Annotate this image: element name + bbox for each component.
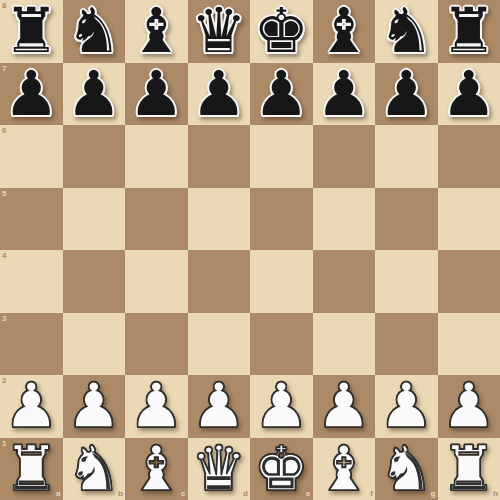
square-c4[interactable] [125,250,188,313]
square-g2[interactable]: ♟ [375,375,438,438]
piece-white-pawn-b2[interactable]: ♟ [66,375,122,437]
square-a2[interactable]: 2♟ [0,375,63,438]
square-h1[interactable]: h♜ [438,438,500,500]
piece-white-knight-g1[interactable]: ♞ [378,438,434,500]
square-h3[interactable] [438,313,500,376]
square-g3[interactable] [375,313,438,376]
piece-black-pawn-f7[interactable]: ♟ [316,63,372,125]
square-d8[interactable]: ♛ [188,0,251,63]
square-g8[interactable]: ♞ [375,0,438,63]
square-d4[interactable] [188,250,251,313]
piece-black-rook-a8[interactable]: ♜ [3,0,59,62]
square-d7[interactable]: ♟ [188,63,251,126]
square-c2[interactable]: ♟ [125,375,188,438]
square-f4[interactable] [313,250,376,313]
piece-white-pawn-h2[interactable]: ♟ [441,375,497,437]
piece-black-pawn-g7[interactable]: ♟ [378,63,434,125]
square-h5[interactable] [438,188,500,251]
piece-white-pawn-e2[interactable]: ♟ [253,375,309,437]
square-e8[interactable]: ♚ [250,0,313,63]
piece-white-pawn-c2[interactable]: ♟ [128,375,184,437]
square-g5[interactable] [375,188,438,251]
square-b3[interactable] [63,313,126,376]
square-d6[interactable] [188,125,251,188]
piece-black-pawn-e7[interactable]: ♟ [253,63,309,125]
square-b2[interactable]: ♟ [63,375,126,438]
square-f3[interactable] [313,313,376,376]
piece-black-pawn-c7[interactable]: ♟ [128,63,184,125]
piece-white-pawn-g2[interactable]: ♟ [378,375,434,437]
piece-white-pawn-d2[interactable]: ♟ [191,375,247,437]
piece-black-king-e8[interactable]: ♚ [253,0,309,62]
piece-white-rook-h1[interactable]: ♜ [441,438,497,500]
square-d2[interactable]: ♟ [188,375,251,438]
square-g4[interactable] [375,250,438,313]
square-e5[interactable] [250,188,313,251]
piece-black-queen-d8[interactable]: ♛ [191,0,247,62]
square-c6[interactable] [125,125,188,188]
square-h7[interactable]: ♟ [438,63,500,126]
square-a8[interactable]: 8♜ [0,0,63,63]
square-b8[interactable]: ♞ [63,0,126,63]
square-f7[interactable]: ♟ [313,63,376,126]
square-e6[interactable] [250,125,313,188]
square-a7[interactable]: 7♟ [0,63,63,126]
square-b7[interactable]: ♟ [63,63,126,126]
piece-white-king-e1[interactable]: ♚ [253,438,309,500]
square-h6[interactable] [438,125,500,188]
chess-board: 8♜♞♝♛♚♝♞♜7♟♟♟♟♟♟♟♟65432♟♟♟♟♟♟♟♟1a♜b♞c♝d♛… [0,0,500,500]
piece-black-rook-h8[interactable]: ♜ [441,0,497,62]
piece-white-rook-a1[interactable]: ♜ [3,438,59,500]
square-b4[interactable] [63,250,126,313]
rank-label-4: 4 [2,252,6,260]
square-a5[interactable]: 5 [0,188,63,251]
square-c5[interactable] [125,188,188,251]
rank-label-5: 5 [2,190,6,198]
square-b1[interactable]: b♞ [63,438,126,500]
square-a6[interactable]: 6 [0,125,63,188]
square-b6[interactable] [63,125,126,188]
square-g7[interactable]: ♟ [375,63,438,126]
square-g6[interactable] [375,125,438,188]
square-f8[interactable]: ♝ [313,0,376,63]
piece-black-knight-b8[interactable]: ♞ [66,0,122,62]
square-a3[interactable]: 3 [0,313,63,376]
square-e3[interactable] [250,313,313,376]
square-h2[interactable]: ♟ [438,375,500,438]
piece-black-bishop-c8[interactable]: ♝ [128,0,184,62]
piece-white-pawn-a2[interactable]: ♟ [3,375,59,437]
square-d1[interactable]: d♛ [188,438,251,500]
square-a1[interactable]: 1a♜ [0,438,63,500]
piece-white-bishop-f1[interactable]: ♝ [316,438,372,500]
rank-label-3: 3 [2,315,6,323]
square-b5[interactable] [63,188,126,251]
square-e1[interactable]: e♚ [250,438,313,500]
square-f1[interactable]: f♝ [313,438,376,500]
square-g1[interactable]: g♞ [375,438,438,500]
square-c1[interactable]: c♝ [125,438,188,500]
piece-black-pawn-d7[interactable]: ♟ [191,63,247,125]
piece-white-queen-d1[interactable]: ♛ [191,438,247,500]
square-h8[interactable]: ♜ [438,0,500,63]
square-f5[interactable] [313,188,376,251]
square-h4[interactable] [438,250,500,313]
square-f6[interactable] [313,125,376,188]
square-e2[interactable]: ♟ [250,375,313,438]
piece-white-knight-b1[interactable]: ♞ [66,438,122,500]
piece-white-bishop-c1[interactable]: ♝ [128,438,184,500]
piece-black-pawn-a7[interactable]: ♟ [3,63,59,125]
piece-black-pawn-h7[interactable]: ♟ [441,63,497,125]
square-e7[interactable]: ♟ [250,63,313,126]
piece-black-knight-g8[interactable]: ♞ [378,0,434,62]
square-d3[interactable] [188,313,251,376]
piece-black-pawn-b7[interactable]: ♟ [66,63,122,125]
square-c3[interactable] [125,313,188,376]
piece-white-pawn-f2[interactable]: ♟ [316,375,372,437]
square-f2[interactable]: ♟ [313,375,376,438]
square-c7[interactable]: ♟ [125,63,188,126]
square-e4[interactable] [250,250,313,313]
square-c8[interactable]: ♝ [125,0,188,63]
square-a4[interactable]: 4 [0,250,63,313]
piece-black-bishop-f8[interactable]: ♝ [316,0,372,62]
square-d5[interactable] [188,188,251,251]
